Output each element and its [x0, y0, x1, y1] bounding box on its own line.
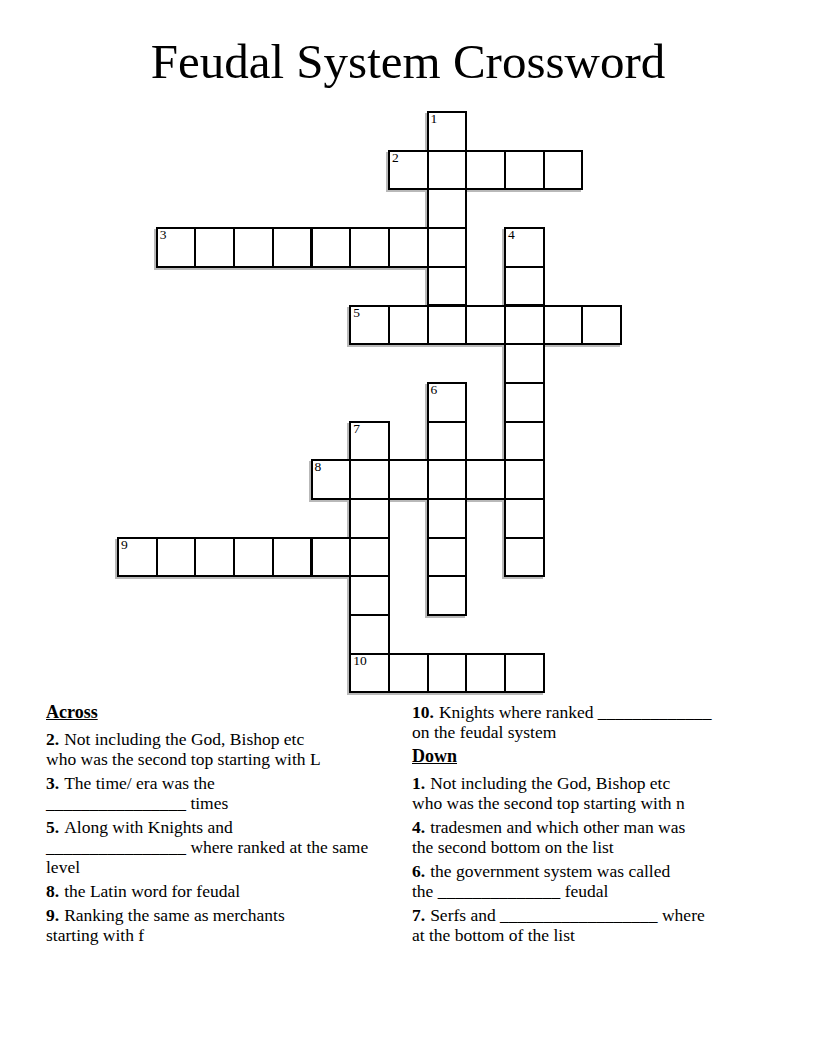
clue-text: Not including the God, Bishop etc who wa…	[412, 773, 685, 813]
cell-r7c10[interactable]	[504, 382, 545, 423]
cell-r12c8[interactable]	[427, 575, 468, 616]
cell-r5c12[interactable]	[581, 305, 622, 346]
cell-r3c7[interactable]	[388, 227, 429, 268]
cell-r9c7[interactable]	[388, 459, 429, 500]
cell-r8c10[interactable]	[504, 421, 545, 462]
clue-label-1: 1.	[412, 773, 425, 793]
clue-1: 1.Not including the God, Bishop etc who …	[412, 773, 774, 813]
cell-r5c9[interactable]	[465, 305, 506, 346]
cell-r10c8[interactable]	[427, 498, 468, 539]
cell-r8c6[interactable]: 7	[349, 421, 390, 462]
cell-r3c5[interactable]	[311, 227, 352, 268]
cell-r11c3[interactable]	[233, 537, 274, 578]
cell-r5c8[interactable]	[427, 305, 468, 346]
clue-number-2: 2	[392, 150, 399, 166]
cell-r9c10[interactable]	[504, 459, 545, 500]
cell-r9c8[interactable]	[427, 459, 468, 500]
cell-r11c5[interactable]	[311, 537, 352, 578]
clue-label-7: 7.	[412, 905, 425, 925]
clue-number-5: 5	[353, 305, 360, 321]
clue-text: The time/ era was the ________________ t…	[46, 773, 228, 813]
clue-3: 3.The time/ era was the ________________…	[46, 773, 418, 813]
clue-text: Serfs and __________________ where at th…	[412, 905, 705, 945]
cell-r10c6[interactable]	[349, 498, 390, 539]
cell-r3c2[interactable]	[194, 227, 235, 268]
cell-r14c8[interactable]	[427, 653, 468, 694]
cell-r11c2[interactable]	[194, 537, 235, 578]
cell-r3c10[interactable]: 4	[504, 227, 545, 268]
across-heading: Across	[46, 702, 418, 722]
cell-r3c6[interactable]	[349, 227, 390, 268]
cell-r1c8[interactable]	[427, 150, 468, 191]
clue-number-10: 10	[353, 653, 367, 669]
clue-label-3: 3.	[46, 773, 59, 793]
clue-text: tradesmen and which other man was the se…	[412, 817, 685, 857]
cell-r5c7[interactable]	[388, 305, 429, 346]
clue-8: 8.the Latin word for feudal	[46, 881, 418, 901]
cell-r11c8[interactable]	[427, 537, 468, 578]
clue-number-6: 6	[431, 382, 438, 398]
cell-r14c9[interactable]	[465, 653, 506, 694]
cell-r0c8[interactable]: 1	[427, 111, 468, 152]
clue-label-4: 4.	[412, 817, 425, 837]
clues-right-column: 10.Knights where ranked _____________ on…	[412, 702, 774, 949]
cell-r13c6[interactable]	[349, 614, 390, 655]
cell-r1c7[interactable]: 2	[388, 150, 429, 191]
cell-r10c10[interactable]	[504, 498, 545, 539]
worksheet-page: Feudal System Crossword 12435678910 Acro…	[0, 0, 816, 1056]
cell-r6c10[interactable]	[504, 343, 545, 384]
cell-r11c0[interactable]: 9	[117, 537, 158, 578]
clue-number-1: 1	[431, 111, 438, 127]
clue-label-5: 5.	[46, 817, 59, 837]
cell-r14c10[interactable]	[504, 653, 545, 694]
clue-6: 6.the government system was called the _…	[412, 861, 774, 901]
clue-label-2: 2.	[46, 729, 59, 749]
cell-r12c6[interactable]	[349, 575, 390, 616]
cell-r3c8[interactable]	[427, 227, 468, 268]
clue-label-8: 8.	[46, 881, 59, 901]
clue-text: the government system was called the ___…	[412, 861, 670, 901]
clue-number-7: 7	[353, 421, 360, 437]
clue-2: 2.Not including the God, Bishop etc who …	[46, 729, 418, 769]
cell-r1c10[interactable]	[504, 150, 545, 191]
clue-text: Along with Knights and ________________ …	[46, 817, 368, 877]
clue-9: 9.Ranking the same as merchants starting…	[46, 905, 418, 945]
clue-text: Ranking the same as merchants starting w…	[46, 905, 285, 945]
cell-r5c10[interactable]	[504, 305, 545, 346]
crossword-grid: 12435678910	[0, 0, 816, 700]
cell-r2c8[interactable]	[427, 188, 468, 229]
clues-left-column: Across2.Not including the God, Bishop et…	[46, 702, 418, 949]
down-heading: Down	[412, 746, 774, 766]
cell-r11c6[interactable]	[349, 537, 390, 578]
clue-number-9: 9	[121, 537, 128, 553]
cell-r3c4[interactable]	[272, 227, 313, 268]
cell-r4c8[interactable]	[427, 266, 468, 307]
cell-r5c11[interactable]	[543, 305, 584, 346]
cell-r5c6[interactable]: 5	[349, 305, 390, 346]
cell-r11c4[interactable]	[272, 537, 313, 578]
clue-number-4: 4	[508, 227, 515, 243]
cell-r4c10[interactable]	[504, 266, 545, 307]
cell-r9c5[interactable]: 8	[311, 459, 352, 500]
clue-text: Not including the God, Bishop etc who wa…	[46, 729, 321, 769]
clue-4: 4.tradesmen and which other man was the …	[412, 817, 774, 857]
cell-r11c1[interactable]	[156, 537, 197, 578]
cell-r9c6[interactable]	[349, 459, 390, 500]
clue-number-8: 8	[315, 459, 322, 475]
cell-r9c9[interactable]	[465, 459, 506, 500]
clue-10: 10.Knights where ranked _____________ on…	[412, 702, 774, 742]
clue-label-10: 10.	[412, 702, 434, 722]
clue-label-9: 9.	[46, 905, 59, 925]
cell-r3c1[interactable]: 3	[156, 227, 197, 268]
cell-r1c11[interactable]	[543, 150, 584, 191]
cell-r3c3[interactable]	[233, 227, 274, 268]
clue-5: 5.Along with Knights and _______________…	[46, 817, 418, 877]
cell-r14c6[interactable]: 10	[349, 653, 390, 694]
cell-r1c9[interactable]	[465, 150, 506, 191]
clue-label-6: 6.	[412, 861, 425, 881]
clue-text: the Latin word for feudal	[64, 881, 240, 901]
clue-number-3: 3	[160, 227, 167, 243]
clue-7: 7.Serfs and __________________ where at …	[412, 905, 774, 945]
cell-r14c7[interactable]	[388, 653, 429, 694]
cell-r7c8[interactable]: 6	[427, 382, 468, 423]
clue-text: Knights where ranked _____________ on th…	[412, 702, 712, 742]
cell-r11c10[interactable]	[504, 537, 545, 578]
cell-r8c8[interactable]	[427, 421, 468, 462]
